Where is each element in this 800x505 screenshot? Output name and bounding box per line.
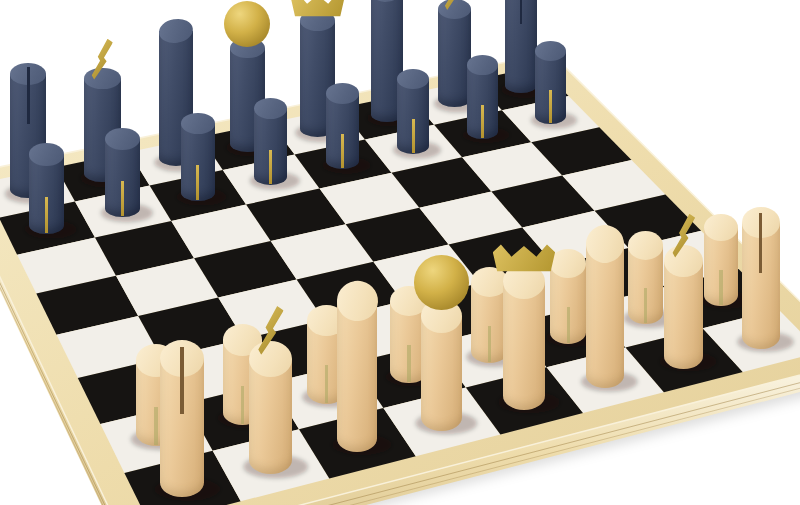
rook-slot <box>27 67 30 123</box>
pawn-gold-stripe <box>412 119 415 153</box>
cylinder-top-face <box>249 341 292 377</box>
rook-slot <box>520 0 523 24</box>
pawn-gold-stripe <box>325 365 329 403</box>
cylinder-top-face <box>535 41 566 61</box>
piece-white-queen[interactable] <box>421 316 462 431</box>
queen-gold-sphere <box>224 1 270 47</box>
pawn-gold-stripe <box>549 90 552 123</box>
rook-slot <box>180 347 184 414</box>
piece-white-pawn[interactable] <box>704 228 739 306</box>
piece-black-pawn[interactable] <box>535 51 566 124</box>
piece-white-rook[interactable] <box>742 223 780 349</box>
pawn-gold-stripe <box>567 307 570 343</box>
queen-gold-sphere <box>414 255 469 310</box>
piece-black-pawn[interactable] <box>326 94 359 170</box>
pawn-gold-stripe <box>719 270 722 305</box>
pawn-gold-stripe <box>45 197 48 233</box>
cylinder-top-face <box>628 231 663 260</box>
piece-black-pawn[interactable] <box>254 109 287 186</box>
cylinder-top-face <box>326 83 359 104</box>
pawn-gold-stripe <box>644 288 647 324</box>
pawn-gold-stripe <box>196 165 199 200</box>
pawn-gold-stripe <box>481 105 484 138</box>
piece-white-rook[interactable] <box>160 358 204 497</box>
piece-white-knight[interactable] <box>249 359 292 474</box>
pawn-gold-stripe <box>154 407 158 446</box>
pawn-gold-stripe <box>341 134 344 168</box>
cylinder-body <box>337 301 378 452</box>
chess-set-photo <box>0 0 800 505</box>
cylinder-body <box>586 244 624 389</box>
king-gold-crown <box>291 0 344 17</box>
piece-black-pawn[interactable] <box>467 65 499 139</box>
piece-black-pawn[interactable] <box>397 79 429 154</box>
cylinder-body <box>503 282 545 410</box>
piece-white-bishop[interactable] <box>337 301 378 452</box>
cylinder-body <box>421 316 462 431</box>
pawn-gold-stripe <box>269 150 272 184</box>
pawn-gold-stripe <box>407 345 410 382</box>
pawn-gold-stripe <box>241 386 245 424</box>
cylinder-top-face <box>29 143 64 166</box>
pawn-gold-stripe <box>488 326 491 363</box>
cylinder-top-face <box>664 245 703 278</box>
cylinder-top-face <box>438 0 471 19</box>
piece-white-knight[interactable] <box>664 261 703 369</box>
piece-black-pawn[interactable] <box>181 124 215 201</box>
pawn-gold-stripe <box>121 181 124 216</box>
king-gold-crown <box>493 244 555 272</box>
piece-white-king[interactable] <box>503 282 545 410</box>
cylinder-top-face <box>467 55 499 75</box>
piece-white-bishop[interactable] <box>586 244 624 389</box>
cylinder-top-face <box>105 128 140 150</box>
piece-black-rook[interactable] <box>505 0 537 93</box>
piece-black-pawn[interactable] <box>29 155 64 234</box>
rook-slot <box>759 213 762 273</box>
piece-white-pawn[interactable] <box>550 264 586 344</box>
pieces-layer <box>0 0 800 505</box>
piece-white-pawn[interactable] <box>628 245 663 324</box>
cylinder-top-face <box>84 68 120 90</box>
piece-black-pawn[interactable] <box>105 139 140 217</box>
cylinder-top-face <box>181 113 215 135</box>
